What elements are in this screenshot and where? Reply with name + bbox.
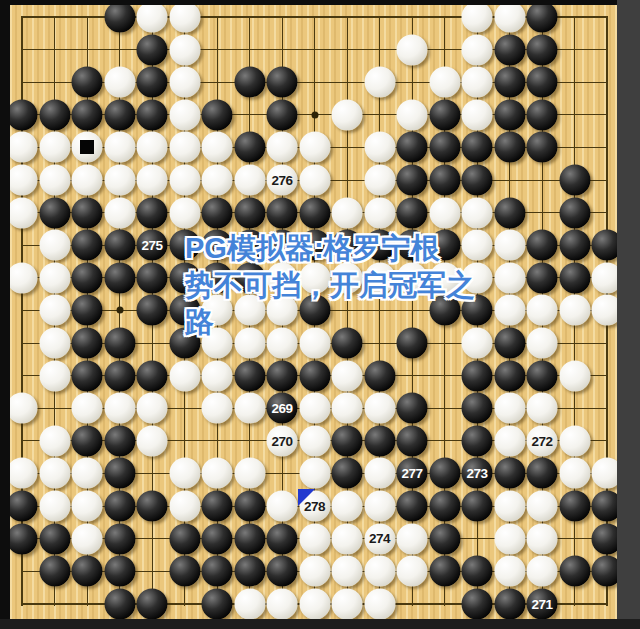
black-stone[interactable]: [137, 360, 168, 391]
black-stone[interactable]: [527, 132, 558, 163]
white-stone[interactable]: [7, 458, 38, 489]
white-stone[interactable]: [299, 458, 330, 489]
black-stone[interactable]: [7, 491, 38, 522]
white-stone[interactable]: [364, 67, 395, 98]
black-stone[interactable]: [137, 99, 168, 130]
black-stone[interactable]: [429, 458, 460, 489]
white-stone[interactable]: [299, 393, 330, 424]
white-stone[interactable]: [364, 132, 395, 163]
white-stone[interactable]: [169, 34, 200, 65]
caption-overlay: PG模拟器:格罗宁根 势不可挡，开启冠军之 路: [185, 230, 485, 341]
star-point: [116, 307, 123, 314]
white-stone[interactable]: [7, 393, 38, 424]
black-stone[interactable]: [559, 230, 590, 261]
black-stone[interactable]: [72, 197, 103, 228]
black-stone[interactable]: [39, 197, 70, 228]
black-stone[interactable]: [494, 458, 525, 489]
black-stone[interactable]: [527, 2, 558, 33]
black-stone[interactable]: [137, 34, 168, 65]
white-stone[interactable]: [332, 360, 363, 391]
black-stone[interactable]: [104, 230, 135, 261]
white-stone[interactable]: [104, 67, 135, 98]
black-stone[interactable]: [364, 425, 395, 456]
move-number-label: 271: [531, 597, 552, 611]
white-stone[interactable]: [364, 197, 395, 228]
move-number-label: 272: [531, 434, 552, 448]
black-stone[interactable]: [104, 262, 135, 293]
white-stone[interactable]: [494, 230, 525, 261]
white-stone[interactable]: [299, 132, 330, 163]
square-marker: [80, 140, 94, 154]
white-stone[interactable]: [169, 491, 200, 522]
white-stone[interactable]: [137, 2, 168, 33]
move-number-label: 273: [466, 467, 487, 481]
black-stone[interactable]: 271: [527, 588, 558, 619]
black-stone[interactable]: [462, 556, 493, 587]
white-stone[interactable]: [7, 262, 38, 293]
white-stone[interactable]: [39, 262, 70, 293]
white-stone[interactable]: [7, 165, 38, 196]
white-stone[interactable]: [39, 360, 70, 391]
white-stone[interactable]: [202, 458, 233, 489]
white-stone[interactable]: [527, 295, 558, 326]
black-stone[interactable]: 277: [397, 458, 428, 489]
black-stone[interactable]: [364, 360, 395, 391]
white-stone[interactable]: [169, 2, 200, 33]
white-stone[interactable]: [527, 491, 558, 522]
black-stone[interactable]: [267, 99, 298, 130]
black-stone[interactable]: [267, 360, 298, 391]
black-stone[interactable]: [234, 556, 265, 587]
white-stone[interactable]: [559, 458, 590, 489]
black-stone[interactable]: [39, 523, 70, 554]
white-stone[interactable]: [332, 523, 363, 554]
black-stone[interactable]: [299, 360, 330, 391]
black-stone[interactable]: [72, 556, 103, 587]
white-stone[interactable]: [462, 2, 493, 33]
white-stone[interactable]: [462, 34, 493, 65]
white-stone[interactable]: [559, 425, 590, 456]
black-stone[interactable]: [429, 523, 460, 554]
black-stone[interactable]: [104, 458, 135, 489]
black-stone[interactable]: [494, 34, 525, 65]
black-stone[interactable]: [202, 491, 233, 522]
white-stone[interactable]: [299, 165, 330, 196]
go-app-window: 276275269270272277273278274271 PG模拟器:格罗宁…: [0, 0, 640, 629]
black-stone[interactable]: [137, 491, 168, 522]
white-stone[interactable]: [332, 491, 363, 522]
white-stone[interactable]: [234, 165, 265, 196]
black-stone[interactable]: [527, 230, 558, 261]
black-stone[interactable]: [397, 393, 428, 424]
black-stone[interactable]: [234, 523, 265, 554]
white-stone[interactable]: [364, 165, 395, 196]
white-stone[interactable]: [39, 295, 70, 326]
black-stone[interactable]: [494, 67, 525, 98]
white-stone[interactable]: [72, 523, 103, 554]
caption-line: 路: [185, 304, 485, 341]
white-stone[interactable]: [527, 556, 558, 587]
white-stone[interactable]: [72, 165, 103, 196]
black-stone[interactable]: [72, 230, 103, 261]
move-number-label: 270: [271, 434, 292, 448]
white-stone[interactable]: 274: [364, 523, 395, 554]
white-stone[interactable]: [202, 132, 233, 163]
white-stone[interactable]: [39, 491, 70, 522]
black-stone[interactable]: [397, 197, 428, 228]
white-stone[interactable]: [267, 491, 298, 522]
black-stone[interactable]: [202, 523, 233, 554]
white-stone[interactable]: [7, 132, 38, 163]
black-stone[interactable]: 275: [137, 230, 168, 261]
black-stone[interactable]: [527, 262, 558, 293]
white-stone[interactable]: [397, 556, 428, 587]
window-border-top: [0, 0, 640, 5]
black-stone[interactable]: [104, 328, 135, 359]
black-stone[interactable]: [559, 197, 590, 228]
white-stone[interactable]: [364, 458, 395, 489]
black-stone[interactable]: [527, 360, 558, 391]
white-stone[interactable]: [104, 132, 135, 163]
black-stone[interactable]: [527, 99, 558, 130]
white-stone[interactable]: [429, 67, 460, 98]
black-stone[interactable]: [234, 67, 265, 98]
black-stone[interactable]: [39, 99, 70, 130]
white-stone[interactable]: [169, 132, 200, 163]
white-stone[interactable]: [169, 360, 200, 391]
black-stone[interactable]: [462, 588, 493, 619]
black-stone[interactable]: [397, 425, 428, 456]
white-stone[interactable]: [7, 197, 38, 228]
window-border-bottom: [0, 619, 640, 629]
white-stone[interactable]: [137, 393, 168, 424]
window-border-left: [0, 0, 10, 629]
black-stone[interactable]: [72, 425, 103, 456]
black-stone[interactable]: [234, 197, 265, 228]
white-stone[interactable]: [39, 425, 70, 456]
black-stone[interactable]: [202, 197, 233, 228]
white-stone[interactable]: [397, 34, 428, 65]
black-stone[interactable]: [72, 328, 103, 359]
white-stone[interactable]: 272: [527, 425, 558, 456]
black-stone[interactable]: [397, 132, 428, 163]
white-stone[interactable]: [462, 99, 493, 130]
white-stone[interactable]: [527, 328, 558, 359]
white-stone[interactable]: [494, 2, 525, 33]
black-stone[interactable]: [267, 556, 298, 587]
move-number-label: 276: [271, 173, 292, 187]
white-stone[interactable]: [202, 393, 233, 424]
white-stone[interactable]: [234, 393, 265, 424]
black-stone[interactable]: [72, 99, 103, 130]
white-stone[interactable]: [202, 360, 233, 391]
black-stone[interactable]: [527, 458, 558, 489]
black-stone[interactable]: [397, 165, 428, 196]
black-stone[interactable]: [462, 393, 493, 424]
caption-line: PG模拟器:格罗宁根: [185, 230, 485, 267]
black-stone[interactable]: [494, 588, 525, 619]
black-stone[interactable]: [202, 556, 233, 587]
white-stone[interactable]: [527, 523, 558, 554]
black-stone[interactable]: [202, 99, 233, 130]
black-stone[interactable]: [559, 491, 590, 522]
white-stone[interactable]: [494, 295, 525, 326]
black-stone[interactable]: [137, 197, 168, 228]
white-stone[interactable]: [494, 491, 525, 522]
black-stone[interactable]: [527, 67, 558, 98]
white-stone[interactable]: [137, 165, 168, 196]
black-stone[interactable]: [104, 425, 135, 456]
black-stone[interactable]: [559, 262, 590, 293]
black-stone[interactable]: [104, 2, 135, 33]
black-stone[interactable]: [527, 34, 558, 65]
white-stone[interactable]: [429, 197, 460, 228]
white-stone[interactable]: [494, 523, 525, 554]
white-stone[interactable]: [364, 393, 395, 424]
star-point: [311, 111, 318, 118]
white-stone[interactable]: [494, 425, 525, 456]
white-stone[interactable]: [39, 165, 70, 196]
white-stone[interactable]: [137, 132, 168, 163]
white-stone[interactable]: [494, 393, 525, 424]
window-border-right: [617, 0, 640, 629]
white-stone[interactable]: [104, 393, 135, 424]
white-stone[interactable]: [39, 230, 70, 261]
black-stone[interactable]: [462, 165, 493, 196]
black-stone[interactable]: [462, 132, 493, 163]
black-stone[interactable]: [397, 491, 428, 522]
white-stone[interactable]: [494, 556, 525, 587]
white-stone[interactable]: [169, 458, 200, 489]
white-stone[interactable]: [39, 328, 70, 359]
black-stone[interactable]: [299, 197, 330, 228]
white-stone[interactable]: [364, 556, 395, 587]
white-stone[interactable]: [39, 132, 70, 163]
white-stone[interactable]: [299, 556, 330, 587]
white-stone[interactable]: [299, 588, 330, 619]
white-stone[interactable]: [559, 360, 590, 391]
black-stone[interactable]: [494, 132, 525, 163]
black-stone[interactable]: [202, 588, 233, 619]
move-number-label: 269: [271, 401, 292, 415]
black-stone[interactable]: [72, 295, 103, 326]
black-stone[interactable]: 269: [267, 393, 298, 424]
white-stone[interactable]: [234, 588, 265, 619]
white-stone[interactable]: [332, 393, 363, 424]
white-stone[interactable]: [169, 165, 200, 196]
black-stone[interactable]: [7, 523, 38, 554]
black-stone[interactable]: [104, 556, 135, 587]
white-stone[interactable]: [169, 67, 200, 98]
white-stone[interactable]: [169, 197, 200, 228]
white-stone[interactable]: [72, 491, 103, 522]
white-stone[interactable]: 270: [267, 425, 298, 456]
white-stone[interactable]: [527, 393, 558, 424]
black-stone[interactable]: [104, 491, 135, 522]
black-stone[interactable]: [429, 556, 460, 587]
white-stone[interactable]: [559, 295, 590, 326]
black-stone[interactable]: [104, 99, 135, 130]
triangle-marker: [298, 489, 315, 506]
black-stone[interactable]: [72, 262, 103, 293]
black-stone[interactable]: [494, 360, 525, 391]
white-stone[interactable]: [397, 523, 428, 554]
white-stone[interactable]: [332, 588, 363, 619]
black-stone[interactable]: [169, 523, 200, 554]
caption-line: 势不可挡，开启冠军之: [185, 267, 485, 304]
black-stone[interactable]: 273: [462, 458, 493, 489]
black-stone[interactable]: [462, 425, 493, 456]
white-stone[interactable]: [169, 99, 200, 130]
white-stone[interactable]: [234, 458, 265, 489]
white-stone[interactable]: [299, 425, 330, 456]
black-stone[interactable]: [462, 360, 493, 391]
white-stone[interactable]: [104, 165, 135, 196]
white-stone[interactable]: [332, 197, 363, 228]
black-stone[interactable]: [234, 360, 265, 391]
move-number-label: 274: [369, 532, 390, 546]
white-stone[interactable]: [332, 556, 363, 587]
white-stone[interactable]: [494, 262, 525, 293]
white-stone[interactable]: [299, 523, 330, 554]
black-stone[interactable]: [137, 588, 168, 619]
white-stone[interactable]: [202, 165, 233, 196]
black-stone[interactable]: [104, 588, 135, 619]
white-stone[interactable]: [364, 491, 395, 522]
black-stone[interactable]: [429, 491, 460, 522]
white-stone[interactable]: [39, 458, 70, 489]
white-stone[interactable]: [72, 393, 103, 424]
white-stone[interactable]: [72, 458, 103, 489]
white-stone[interactable]: [332, 99, 363, 130]
black-stone[interactable]: [72, 67, 103, 98]
white-stone[interactable]: 276: [267, 165, 298, 196]
white-stone[interactable]: [267, 588, 298, 619]
black-stone[interactable]: [267, 67, 298, 98]
black-stone[interactable]: [137, 67, 168, 98]
black-stone[interactable]: [7, 99, 38, 130]
black-stone[interactable]: [169, 556, 200, 587]
black-stone[interactable]: [104, 360, 135, 391]
black-stone[interactable]: [494, 197, 525, 228]
black-stone[interactable]: [332, 425, 363, 456]
white-stone[interactable]: [462, 67, 493, 98]
white-stone[interactable]: [397, 99, 428, 130]
black-stone[interactable]: [332, 458, 363, 489]
black-stone[interactable]: [462, 491, 493, 522]
black-stone[interactable]: [39, 556, 70, 587]
move-number-label: 277: [401, 467, 422, 481]
black-stone[interactable]: [234, 491, 265, 522]
white-stone[interactable]: [364, 588, 395, 619]
black-stone[interactable]: [234, 132, 265, 163]
black-stone[interactable]: [137, 295, 168, 326]
white-stone[interactable]: [267, 132, 298, 163]
black-stone[interactable]: [429, 132, 460, 163]
black-stone[interactable]: [559, 165, 590, 196]
black-stone[interactable]: [267, 197, 298, 228]
black-stone[interactable]: [104, 523, 135, 554]
black-stone[interactable]: [429, 165, 460, 196]
black-stone[interactable]: [494, 99, 525, 130]
black-stone[interactable]: [137, 262, 168, 293]
black-stone[interactable]: [429, 99, 460, 130]
move-number-label: 275: [141, 238, 162, 252]
black-stone[interactable]: [494, 328, 525, 359]
black-stone[interactable]: [559, 556, 590, 587]
white-stone[interactable]: [462, 197, 493, 228]
black-stone[interactable]: [72, 360, 103, 391]
black-stone[interactable]: [267, 523, 298, 554]
white-stone[interactable]: [104, 197, 135, 228]
white-stone[interactable]: [137, 425, 168, 456]
